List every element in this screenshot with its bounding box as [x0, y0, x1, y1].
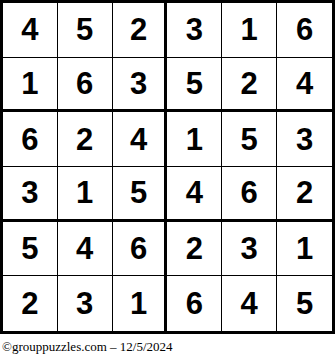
- cell-r6c2: 3: [58, 276, 113, 331]
- cell-r4c5: 6: [222, 167, 277, 222]
- cell-r1c6: 6: [277, 3, 332, 58]
- cell-r3c1: 6: [3, 112, 58, 167]
- cell-r2c3: 3: [113, 58, 168, 113]
- cell-r2c1: 1: [3, 58, 58, 113]
- cell-r6c6: 5: [277, 276, 332, 331]
- cell-r4c4: 4: [167, 167, 222, 222]
- cell-r2c4: 5: [167, 58, 222, 113]
- sudoku-board: 452316163524624153315462546231231645: [0, 0, 335, 334]
- copyright-date-label: ©grouppuzzles.com – 12/5/2024: [2, 339, 173, 355]
- cell-r3c2: 2: [58, 112, 113, 167]
- cell-r6c4: 6: [167, 276, 222, 331]
- cell-r2c5: 2: [222, 58, 277, 113]
- cell-r4c1: 3: [3, 167, 58, 222]
- cell-r1c4: 3: [167, 3, 222, 58]
- cell-r3c5: 5: [222, 112, 277, 167]
- cell-r6c1: 2: [3, 276, 58, 331]
- cell-r6c3: 1: [113, 276, 168, 331]
- cell-r5c1: 5: [3, 222, 58, 277]
- cell-r5c6: 1: [277, 222, 332, 277]
- cell-r5c3: 6: [113, 222, 168, 277]
- cell-r5c2: 4: [58, 222, 113, 277]
- cell-r4c6: 2: [277, 167, 332, 222]
- cell-r2c2: 6: [58, 58, 113, 113]
- cell-r4c3: 5: [113, 167, 168, 222]
- cell-r5c5: 3: [222, 222, 277, 277]
- cell-r3c6: 3: [277, 112, 332, 167]
- cell-r1c2: 5: [58, 3, 113, 58]
- cell-r6c5: 4: [222, 276, 277, 331]
- cell-r5c4: 2: [167, 222, 222, 277]
- cell-r1c3: 2: [113, 3, 168, 58]
- cell-r3c4: 1: [167, 112, 222, 167]
- cell-r2c6: 4: [277, 58, 332, 113]
- cell-r1c5: 1: [222, 3, 277, 58]
- cell-r3c3: 4: [113, 112, 168, 167]
- cell-r4c2: 1: [58, 167, 113, 222]
- cell-r1c1: 4: [3, 3, 58, 58]
